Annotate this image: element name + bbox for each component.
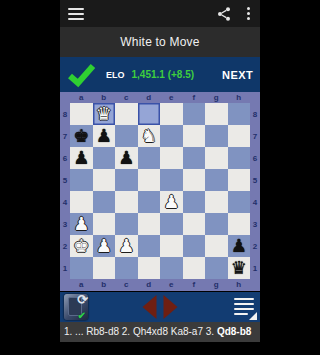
square-h7[interactable] [228, 125, 251, 147]
white-pawn: ♟ [118, 235, 134, 257]
square-h2[interactable]: ♟ [228, 235, 251, 257]
square-b6[interactable] [93, 147, 116, 169]
square-d2[interactable] [138, 235, 161, 257]
rank-labels-left: 87654321 [60, 103, 70, 279]
rank-label-5: 5 [250, 169, 260, 191]
square-d7[interactable]: ♞ [138, 125, 161, 147]
file-label-a: a [70, 279, 93, 291]
square-e2[interactable] [160, 235, 183, 257]
square-a1[interactable] [70, 257, 93, 279]
square-f2[interactable] [183, 235, 206, 257]
rank-label-4: 4 [60, 191, 70, 213]
square-e5[interactable] [160, 169, 183, 191]
square-b1[interactable] [93, 257, 116, 279]
square-a3[interactable]: ♟ [70, 213, 93, 235]
square-f4[interactable] [183, 191, 206, 213]
square-d4[interactable] [138, 191, 161, 213]
square-b3[interactable] [93, 213, 116, 235]
square-h4[interactable] [228, 191, 251, 213]
moves-played: 1. ... Rb8-d8 2. Qh4xd8 Ka8-a7 3. [64, 326, 217, 337]
next-button[interactable]: NEXT [222, 69, 253, 81]
move-list-text[interactable]: 1. ... Rb8-d8 2. Qh4xd8 Ka8-a7 3. Qd8-b8 [60, 322, 260, 342]
square-d6[interactable] [138, 147, 161, 169]
hamburger-menu-icon[interactable] [68, 8, 84, 20]
rank-labels-right: 87654321 [250, 103, 260, 279]
file-label-d: d [138, 279, 161, 291]
square-g7[interactable] [205, 125, 228, 147]
solved-checkmark-icon [67, 62, 97, 88]
black-pawn: ♟ [96, 125, 112, 147]
square-c2[interactable]: ♟ [115, 235, 138, 257]
square-b2[interactable]: ♟ [93, 235, 116, 257]
white-queen: ♛ [96, 103, 112, 125]
app-screen: White to Move ELO 1,451.1 (+8.5) NEXT ab… [60, 0, 260, 355]
square-d3[interactable] [138, 213, 161, 235]
square-e6[interactable] [160, 147, 183, 169]
file-label-g: g [205, 279, 228, 291]
elo-value: 1,451.1 (+8.5) [132, 69, 195, 80]
square-g8[interactable] [205, 103, 228, 125]
rank-label-3: 3 [250, 213, 260, 235]
rank-label-5: 5 [60, 169, 70, 191]
overflow-menu-icon[interactable] [245, 5, 252, 22]
file-label-e: e [160, 279, 183, 291]
square-g3[interactable] [205, 213, 228, 235]
square-c8[interactable] [115, 103, 138, 125]
rank-label-8: 8 [60, 103, 70, 125]
square-a7[interactable]: ♚ [70, 125, 93, 147]
file-label-c: c [115, 279, 138, 291]
file-label-f: f [183, 279, 206, 291]
black-pawn: ♟ [231, 235, 247, 257]
control-bar: ⟳ ✔ [60, 291, 260, 322]
square-d5[interactable] [138, 169, 161, 191]
move-list-icon[interactable] [234, 296, 256, 318]
top-app-bar [60, 0, 260, 27]
black-queen: ♛ [231, 257, 247, 279]
white-pawn: ♟ [163, 191, 179, 213]
white-king: ♚ [73, 235, 89, 257]
square-h1[interactable]: ♛ [228, 257, 251, 279]
square-c3[interactable] [115, 213, 138, 235]
square-d8[interactable] [138, 103, 161, 125]
square-f7[interactable] [183, 125, 206, 147]
square-g5[interactable] [205, 169, 228, 191]
title-bar: White to Move [60, 27, 260, 57]
share-icon[interactable] [216, 6, 232, 22]
file-label-f: f [183, 92, 206, 103]
square-a6[interactable]: ♟ [70, 147, 93, 169]
rank-label-1: 1 [60, 257, 70, 279]
rank-label-7: 7 [250, 125, 260, 147]
rank-label-1: 1 [250, 257, 260, 279]
square-e7[interactable] [160, 125, 183, 147]
square-b8[interactable]: ♛ [93, 103, 116, 125]
square-f6[interactable] [183, 147, 206, 169]
rank-label-3: 3 [60, 213, 70, 235]
square-f5[interactable] [183, 169, 206, 191]
square-g6[interactable] [205, 147, 228, 169]
next-move-button[interactable] [164, 295, 178, 319]
square-b7[interactable]: ♟ [93, 125, 116, 147]
review-deck-icon[interactable]: ⟳ ✔ [64, 294, 88, 320]
square-g1[interactable] [205, 257, 228, 279]
previous-move-button[interactable] [143, 295, 157, 319]
file-labels-bottom: abcdefgh [60, 279, 260, 291]
file-label-c: c [115, 92, 138, 103]
square-f8[interactable] [183, 103, 206, 125]
bottom-filler [60, 342, 260, 355]
chess-board: abcdefgh 87654321 ♛♚♟♞♟♟♟♟♚♟♟♟♛ 87654321… [60, 92, 260, 291]
black-pawn: ♟ [118, 147, 134, 169]
file-label-a: a [70, 92, 93, 103]
file-label-h: h [228, 92, 251, 103]
square-h5[interactable] [228, 169, 251, 191]
black-pawn: ♟ [73, 147, 89, 169]
square-e8[interactable] [160, 103, 183, 125]
file-label-b: b [93, 92, 116, 103]
square-b5[interactable] [93, 169, 116, 191]
square-d1[interactable] [138, 257, 161, 279]
board-squares: ♛♚♟♞♟♟♟♟♚♟♟♟♛ [70, 103, 250, 279]
status-bar: ELO 1,451.1 (+8.5) NEXT [60, 57, 260, 92]
square-c5[interactable] [115, 169, 138, 191]
rank-label-2: 2 [60, 235, 70, 257]
square-c1[interactable] [115, 257, 138, 279]
white-pawn: ♟ [96, 235, 112, 257]
square-e1[interactable] [160, 257, 183, 279]
square-a8[interactable] [70, 103, 93, 125]
last-move: Qd8-b8 [217, 326, 251, 337]
square-c4[interactable] [115, 191, 138, 213]
file-label-e: e [160, 92, 183, 103]
square-c6[interactable]: ♟ [115, 147, 138, 169]
elo-label: ELO [106, 70, 125, 80]
file-label-d: d [138, 92, 161, 103]
page-title: White to Move [120, 35, 199, 49]
white-pawn: ♟ [73, 213, 89, 235]
rank-label-2: 2 [250, 235, 260, 257]
square-g4[interactable] [205, 191, 228, 213]
square-b4[interactable] [93, 191, 116, 213]
file-label-b: b [93, 279, 116, 291]
square-e4[interactable]: ♟ [160, 191, 183, 213]
file-label-g: g [205, 92, 228, 103]
square-h6[interactable] [228, 147, 251, 169]
square-e3[interactable] [160, 213, 183, 235]
square-a2[interactable]: ♚ [70, 235, 93, 257]
rank-label-8: 8 [250, 103, 260, 125]
square-c7[interactable] [115, 125, 138, 147]
file-labels-top: abcdefgh [60, 92, 260, 103]
black-king: ♚ [73, 125, 89, 147]
square-g2[interactable] [205, 235, 228, 257]
square-a4[interactable] [70, 191, 93, 213]
rank-label-6: 6 [250, 147, 260, 169]
rank-label-4: 4 [250, 191, 260, 213]
square-f1[interactable] [183, 257, 206, 279]
square-a5[interactable] [70, 169, 93, 191]
file-label-h: h [228, 279, 251, 291]
square-h8[interactable] [228, 103, 251, 125]
rank-label-6: 6 [60, 147, 70, 169]
white-knight: ♞ [141, 125, 157, 147]
square-f3[interactable] [183, 213, 206, 235]
square-h3[interactable] [228, 213, 251, 235]
rank-label-7: 7 [60, 125, 70, 147]
